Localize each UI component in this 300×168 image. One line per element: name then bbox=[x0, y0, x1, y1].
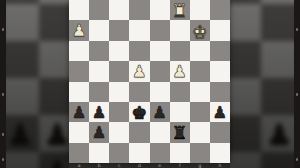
black-pawn: ♟ bbox=[92, 125, 107, 142]
square-g4[interactable] bbox=[190, 82, 210, 102]
square-d7[interactable] bbox=[129, 20, 149, 40]
black-pawn: ♟ bbox=[92, 104, 107, 121]
square-f1[interactable] bbox=[170, 143, 190, 163]
right-edge-strip bbox=[294, 0, 300, 168]
file-label-d: d bbox=[129, 163, 149, 168]
square-h2[interactable] bbox=[210, 122, 230, 142]
square-f8[interactable]: ♜ bbox=[170, 0, 190, 20]
background-rank-label-dot bbox=[2, 158, 4, 161]
background-rank-label-dot bbox=[2, 93, 4, 96]
file-label-a: a bbox=[69, 163, 89, 168]
white-pawn: ♟ bbox=[72, 23, 87, 40]
file-label-g: g bbox=[190, 163, 210, 168]
square-c4[interactable] bbox=[109, 82, 129, 102]
square-a2[interactable] bbox=[69, 122, 89, 142]
square-a7[interactable]: ♟ bbox=[69, 20, 89, 40]
black-rook: ♜ bbox=[172, 124, 188, 142]
background-rank-label-dot bbox=[2, 28, 4, 31]
square-b2[interactable]: ♟ bbox=[89, 122, 109, 142]
square-e8[interactable] bbox=[150, 0, 170, 20]
square-d5[interactable]: ♟ bbox=[129, 61, 149, 81]
square-b7[interactable] bbox=[89, 20, 109, 40]
square-h6[interactable] bbox=[210, 41, 230, 61]
square-g8[interactable] bbox=[190, 0, 210, 20]
square-c6[interactable] bbox=[109, 41, 129, 61]
square-b4[interactable] bbox=[89, 82, 109, 102]
file-label-h: h bbox=[210, 163, 230, 168]
square-h4[interactable] bbox=[210, 82, 230, 102]
square-b6[interactable] bbox=[89, 41, 109, 61]
black-pawn: ♟ bbox=[72, 104, 87, 121]
square-d8[interactable] bbox=[129, 0, 149, 20]
square-e1[interactable] bbox=[150, 143, 170, 163]
square-g7[interactable]: ♚ bbox=[190, 20, 210, 40]
square-e6[interactable] bbox=[150, 41, 170, 61]
square-g6[interactable] bbox=[190, 41, 210, 61]
square-a5[interactable] bbox=[69, 61, 89, 81]
square-b5[interactable] bbox=[89, 61, 109, 81]
square-d4[interactable] bbox=[129, 82, 149, 102]
file-label-f: f bbox=[170, 163, 190, 168]
square-g3[interactable] bbox=[190, 102, 210, 122]
black-pawn: ♟ bbox=[213, 104, 228, 121]
square-f4[interactable] bbox=[170, 82, 190, 102]
square-d3[interactable]: ♚ bbox=[129, 102, 149, 122]
square-e3[interactable]: ♟ bbox=[150, 102, 170, 122]
background-rank-label-dot bbox=[296, 93, 298, 96]
background-rank-label-dot bbox=[296, 158, 298, 161]
square-c3[interactable] bbox=[109, 102, 129, 122]
square-c1[interactable] bbox=[109, 143, 129, 163]
square-c5[interactable] bbox=[109, 61, 129, 81]
background-rank-label-dot bbox=[296, 28, 298, 31]
square-f7[interactable] bbox=[170, 20, 190, 40]
square-f6[interactable] bbox=[170, 41, 190, 61]
square-f3[interactable] bbox=[170, 102, 190, 122]
white-pawn: ♟ bbox=[172, 64, 187, 81]
square-a8[interactable] bbox=[69, 0, 89, 20]
left-edge-strip bbox=[0, 0, 6, 168]
square-g5[interactable] bbox=[190, 61, 210, 81]
square-b1[interactable] bbox=[89, 143, 109, 163]
chess-board-panel: ♜♟♚♟♟♟♟♚♟♟♟♜ abcdefgh bbox=[69, 0, 230, 168]
square-e4[interactable] bbox=[150, 82, 170, 102]
file-label-c: c bbox=[109, 163, 129, 168]
white-pawn: ♟ bbox=[132, 64, 147, 81]
file-label-b: b bbox=[89, 163, 109, 168]
square-e2[interactable] bbox=[150, 122, 170, 142]
square-a6[interactable] bbox=[69, 41, 89, 61]
square-h7[interactable] bbox=[210, 20, 230, 40]
square-a4[interactable] bbox=[69, 82, 89, 102]
white-rook: ♜ bbox=[172, 2, 188, 20]
square-c8[interactable] bbox=[109, 0, 129, 20]
square-d6[interactable] bbox=[129, 41, 149, 61]
square-f5[interactable]: ♟ bbox=[170, 61, 190, 81]
square-a1[interactable] bbox=[69, 143, 89, 163]
square-d1[interactable] bbox=[129, 143, 149, 163]
square-c2[interactable] bbox=[109, 122, 129, 142]
square-e5[interactable] bbox=[150, 61, 170, 81]
black-king: ♚ bbox=[131, 104, 147, 122]
file-label-e: e bbox=[150, 163, 170, 168]
square-c7[interactable] bbox=[109, 20, 129, 40]
square-e7[interactable] bbox=[150, 20, 170, 40]
square-a3[interactable]: ♟ bbox=[69, 102, 89, 122]
file-coordinate-strip: abcdefgh bbox=[69, 163, 230, 168]
square-g2[interactable] bbox=[190, 122, 210, 142]
white-king: ♚ bbox=[192, 22, 208, 40]
square-d2[interactable] bbox=[129, 122, 149, 142]
chess-board[interactable]: ♜♟♚♟♟♟♟♚♟♟♟♜ bbox=[69, 0, 230, 163]
background-rank-label-dot bbox=[2, 133, 4, 136]
square-f2[interactable]: ♜ bbox=[170, 122, 190, 142]
square-b3[interactable]: ♟ bbox=[89, 102, 109, 122]
black-pawn: ♟ bbox=[152, 104, 167, 121]
video-frame: ♜♟♚♟♟♟♟♚♟♟♟♜ ♜♟♚♟♟♟♟♚♟♟♟♜ abcdefgh bbox=[0, 0, 300, 168]
square-h1[interactable] bbox=[210, 143, 230, 163]
square-h5[interactable] bbox=[210, 61, 230, 81]
square-h3[interactable]: ♟ bbox=[210, 102, 230, 122]
square-h8[interactable] bbox=[210, 0, 230, 20]
square-b8[interactable] bbox=[89, 0, 109, 20]
square-g1[interactable] bbox=[190, 143, 210, 163]
